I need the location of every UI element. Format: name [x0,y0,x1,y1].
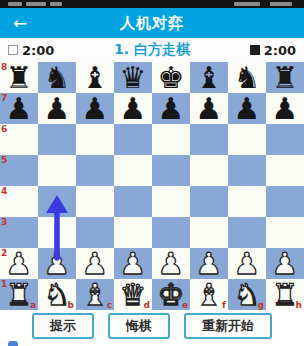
piece-black-knight[interactable]: ♞ [228,62,266,93]
square-h8[interactable]: ♜ [266,62,304,93]
square-b1[interactable]: b♞ [38,279,76,310]
notification-icon [26,2,46,6]
square-c1[interactable]: c♝ [76,279,114,310]
piece-white-pawn[interactable]: ♟ [152,248,190,279]
square-h4[interactable] [266,186,304,217]
file-label-g: g [258,300,264,310]
square-a1[interactable]: 1a♜ [0,279,38,310]
square-a4[interactable]: 4 [0,186,38,217]
file-label-c: c [107,300,112,310]
cutoff-element [8,341,18,346]
square-a5[interactable]: 5 [0,155,38,186]
piece-black-pawn[interactable]: ♟ [190,93,228,124]
square-c7[interactable]: ♟ [76,93,114,124]
square-c3[interactable] [76,217,114,248]
square-g3[interactable] [228,217,266,248]
controls-bar: 提示 悔棋 重新开始 [0,310,304,346]
piece-white-pawn[interactable]: ♟ [190,248,228,279]
square-d7[interactable]: ♟ [114,93,152,124]
white-timer: 2:00 [8,43,54,58]
rank-label-2: 2 [1,248,7,258]
square-b2[interactable]: ♟ [38,248,76,279]
square-d2[interactable]: ♟ [114,248,152,279]
square-e7[interactable]: ♟ [152,93,190,124]
piece-white-pawn[interactable]: ♟ [114,248,152,279]
square-g4[interactable] [228,186,266,217]
square-f8[interactable]: ♝ [190,62,228,93]
square-e4[interactable] [152,186,190,217]
square-e5[interactable] [152,155,190,186]
square-b6[interactable] [38,124,76,155]
square-h2[interactable]: ♟ [266,248,304,279]
rank-label-5: 5 [1,155,7,165]
piece-black-pawn[interactable]: ♟ [38,93,76,124]
file-label-a: a [30,300,36,310]
square-b5[interactable] [38,155,76,186]
square-f4[interactable] [190,186,228,217]
app-bar: ← 人机对弈 [0,8,304,38]
black-timer-value: 2:00 [264,43,296,58]
file-label-d: d [144,300,150,310]
square-a7[interactable]: 7♟ [0,93,38,124]
square-c5[interactable] [76,155,114,186]
square-a8[interactable]: 8♜ [0,62,38,93]
square-c4[interactable] [76,186,114,217]
square-g6[interactable] [228,124,266,155]
hint-button[interactable]: 提示 [32,313,94,339]
page-title: 人机对弈 [0,14,304,33]
square-f7[interactable]: ♟ [190,93,228,124]
rank-label-1: 1 [1,279,7,289]
chess-board[interactable]: 8♜♞♝♛♚♝♞♜7♟♟♟♟♟♟♟♟65432♟♟♟♟♟♟♟♟1a♜b♞c♝d♛… [0,62,304,310]
square-a3[interactable]: 3 [0,217,38,248]
file-label-h: h [296,300,302,310]
square-h5[interactable] [266,155,304,186]
square-a2[interactable]: 2♟ [0,248,38,279]
square-e1[interactable]: e♚ [152,279,190,310]
square-c6[interactable] [76,124,114,155]
square-c8[interactable]: ♝ [76,62,114,93]
file-label-f: f [222,300,226,310]
square-e6[interactable] [152,124,190,155]
piece-white-pawn[interactable]: ♟ [38,248,76,279]
battery-icon [270,2,292,6]
file-label-e: e [182,300,188,310]
square-g2[interactable]: ♟ [228,248,266,279]
rank-label-3: 3 [1,217,7,227]
signal-icon [50,2,62,6]
square-g5[interactable] [228,155,266,186]
game-status-row: 2:00 1. 白方走棋 2:00 [0,38,304,62]
piece-black-bishop[interactable]: ♝ [76,62,114,93]
status-bar [0,0,304,8]
square-h1[interactable]: h♜ [266,279,304,310]
square-h6[interactable] [266,124,304,155]
piece-black-king[interactable]: ♚ [152,62,190,93]
square-c2[interactable]: ♟ [76,248,114,279]
square-d6[interactable] [114,124,152,155]
square-h3[interactable] [266,217,304,248]
wifi-icon [234,2,260,6]
square-f2[interactable]: ♟ [190,248,228,279]
square-a6[interactable]: 6 [0,124,38,155]
file-label-b: b [68,300,74,310]
white-square-icon [8,45,18,55]
square-f1[interactable]: f♝ [190,279,228,310]
square-b7[interactable]: ♟ [38,93,76,124]
piece-white-pawn[interactable]: ♟ [76,248,114,279]
piece-black-pawn[interactable]: ♟ [114,93,152,124]
square-b8[interactable]: ♞ [38,62,76,93]
rank-label-4: 4 [1,186,7,196]
restart-button[interactable]: 重新开始 [184,313,272,339]
square-e2[interactable]: ♟ [152,248,190,279]
rank-label-6: 6 [1,124,7,134]
square-d8[interactable]: ♛ [114,62,152,93]
black-square-icon [250,45,260,55]
piece-black-pawn[interactable]: ♟ [152,93,190,124]
piece-black-queen[interactable]: ♛ [114,62,152,93]
white-timer-value: 2:00 [22,43,54,58]
square-f6[interactable] [190,124,228,155]
square-d1[interactable]: d♛ [114,279,152,310]
square-g7[interactable]: ♟ [228,93,266,124]
square-f5[interactable] [190,155,228,186]
piece-black-pawn[interactable]: ♟ [266,93,304,124]
square-b3[interactable] [38,217,76,248]
square-g1[interactable]: g♞ [228,279,266,310]
square-e3[interactable] [152,217,190,248]
app-screen: ← 人机对弈 2:00 1. 白方走棋 2:00 8♜♞♝♛♚♝♞♜7♟♟♟♟♟… [0,0,304,346]
rank-label-7: 7 [1,93,7,103]
square-d3[interactable] [114,217,152,248]
black-timer: 2:00 [250,43,296,58]
square-h7[interactable]: ♟ [266,93,304,124]
piece-black-pawn[interactable]: ♟ [228,93,266,124]
piece-black-rook[interactable]: ♜ [266,62,304,93]
square-g8[interactable]: ♞ [228,62,266,93]
piece-black-bishop[interactable]: ♝ [190,62,228,93]
square-f3[interactable] [190,217,228,248]
square-e8[interactable]: ♚ [152,62,190,93]
piece-black-knight[interactable]: ♞ [38,62,76,93]
square-d4[interactable] [114,186,152,217]
square-b4[interactable] [38,186,76,217]
network-icon [8,2,22,6]
move-indicator: 1. 白方走棋 [114,41,190,59]
piece-white-pawn[interactable]: ♟ [266,248,304,279]
square-d5[interactable] [114,155,152,186]
piece-white-pawn[interactable]: ♟ [228,248,266,279]
piece-black-pawn[interactable]: ♟ [76,93,114,124]
rank-label-8: 8 [1,62,7,72]
undo-button[interactable]: 悔棋 [108,313,170,339]
